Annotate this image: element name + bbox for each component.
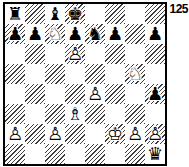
square-g5: ♞♘ xyxy=(125,64,145,84)
square-h1: ♛ xyxy=(145,144,165,164)
square-d1 xyxy=(65,144,85,164)
square-a5 xyxy=(5,64,25,84)
white-pawn: ♙ xyxy=(85,84,105,104)
square-f1 xyxy=(105,144,125,164)
square-b7: ♟ xyxy=(25,24,45,44)
square-b8 xyxy=(25,4,45,24)
square-a1 xyxy=(5,144,25,164)
square-c8: ♝ xyxy=(45,4,65,24)
square-e2 xyxy=(85,124,105,144)
square-e4: ♟♙ xyxy=(85,84,105,104)
square-h4: ♟ xyxy=(145,84,165,104)
square-h3 xyxy=(145,104,165,124)
square-b3 xyxy=(25,104,45,124)
square-c1 xyxy=(45,144,65,164)
square-a3 xyxy=(5,104,25,124)
square-g7 xyxy=(125,24,145,44)
square-d3: ♝♗ xyxy=(65,104,85,124)
chess-board: ♜♝♚♟♟♞♘♟♞♟♟♟♙♞♘♟♙♟♝♗♟♙♟♙♚♔♟♙♟♙♛ xyxy=(3,2,167,166)
white-king-fill: ♚ xyxy=(105,124,125,144)
white-pawn-fill: ♟ xyxy=(85,84,105,104)
square-g3 xyxy=(125,104,145,124)
square-d6: ♟♙ xyxy=(65,44,85,64)
white-knight-fill: ♞ xyxy=(125,64,145,84)
square-h6 xyxy=(145,44,165,64)
white-pawn-fill: ♟ xyxy=(145,124,165,144)
square-e7: ♞ xyxy=(85,24,105,44)
square-f5 xyxy=(105,64,125,84)
square-h7: ♟ xyxy=(145,24,165,44)
black-pawn: ♟ xyxy=(105,24,125,44)
square-f6 xyxy=(105,44,125,64)
square-h2: ♟♙ xyxy=(145,124,165,144)
square-c7: ♞♘ xyxy=(45,24,65,44)
square-e1 xyxy=(85,144,105,164)
black-queen: ♛ xyxy=(145,144,165,164)
white-pawn: ♙ xyxy=(145,124,165,144)
white-bishop: ♗ xyxy=(65,104,85,124)
square-h5 xyxy=(145,64,165,84)
square-b1 xyxy=(25,144,45,164)
white-pawn-fill: ♟ xyxy=(65,44,85,64)
square-c5 xyxy=(45,64,65,84)
square-a8: ♜ xyxy=(5,4,25,24)
white-pawn-fill: ♟ xyxy=(5,124,25,144)
square-b4 xyxy=(25,84,45,104)
white-pawn: ♙ xyxy=(65,44,85,64)
square-e6 xyxy=(85,44,105,64)
square-c2: ♟♙ xyxy=(45,124,65,144)
square-c3 xyxy=(45,104,65,124)
black-pawn: ♟ xyxy=(25,24,45,44)
square-d4 xyxy=(65,84,85,104)
square-f8 xyxy=(105,4,125,24)
square-g6 xyxy=(125,44,145,64)
square-g2: ♟♙ xyxy=(125,124,145,144)
black-knight: ♞ xyxy=(85,24,105,44)
chess-diagram: ♜♝♚♟♟♞♘♟♞♟♟♟♙♞♘♟♙♟♝♗♟♙♟♙♚♔♟♙♟♙♛ 125 xyxy=(0,0,189,167)
black-pawn: ♟ xyxy=(5,24,25,44)
square-d7: ♟ xyxy=(65,24,85,44)
diagram-number: 125 xyxy=(169,2,188,16)
square-a2: ♟♙ xyxy=(5,124,25,144)
black-pawn: ♟ xyxy=(65,24,85,44)
square-b6 xyxy=(25,44,45,64)
white-pawn-fill: ♟ xyxy=(45,124,65,144)
white-knight: ♘ xyxy=(45,24,65,44)
square-d5 xyxy=(65,64,85,84)
white-pawn: ♙ xyxy=(5,124,25,144)
white-knight: ♘ xyxy=(125,64,145,84)
square-c4 xyxy=(45,84,65,104)
square-h8 xyxy=(145,4,165,24)
square-a4 xyxy=(5,84,25,104)
square-d8: ♚ xyxy=(65,4,85,24)
black-pawn: ♟ xyxy=(145,84,165,104)
white-knight-fill: ♞ xyxy=(45,24,65,44)
square-g8 xyxy=(125,4,145,24)
square-a7: ♟ xyxy=(5,24,25,44)
black-pawn: ♟ xyxy=(145,24,165,44)
black-rook: ♜ xyxy=(5,4,25,24)
square-g1 xyxy=(125,144,145,164)
square-f3 xyxy=(105,104,125,124)
square-e5 xyxy=(85,64,105,84)
white-pawn: ♙ xyxy=(125,124,145,144)
white-bishop-fill: ♝ xyxy=(65,104,85,124)
white-king: ♔ xyxy=(105,124,125,144)
square-d2 xyxy=(65,124,85,144)
square-f4 xyxy=(105,84,125,104)
black-bishop: ♝ xyxy=(45,4,65,24)
square-f7: ♟ xyxy=(105,24,125,44)
square-f2: ♚♔ xyxy=(105,124,125,144)
square-e3 xyxy=(85,104,105,124)
square-b2 xyxy=(25,124,45,144)
square-e8 xyxy=(85,4,105,24)
square-b5 xyxy=(25,64,45,84)
square-a6 xyxy=(5,44,25,64)
white-pawn-fill: ♟ xyxy=(125,124,145,144)
square-g4 xyxy=(125,84,145,104)
white-pawn: ♙ xyxy=(45,124,65,144)
black-king: ♚ xyxy=(65,4,85,24)
square-c6 xyxy=(45,44,65,64)
